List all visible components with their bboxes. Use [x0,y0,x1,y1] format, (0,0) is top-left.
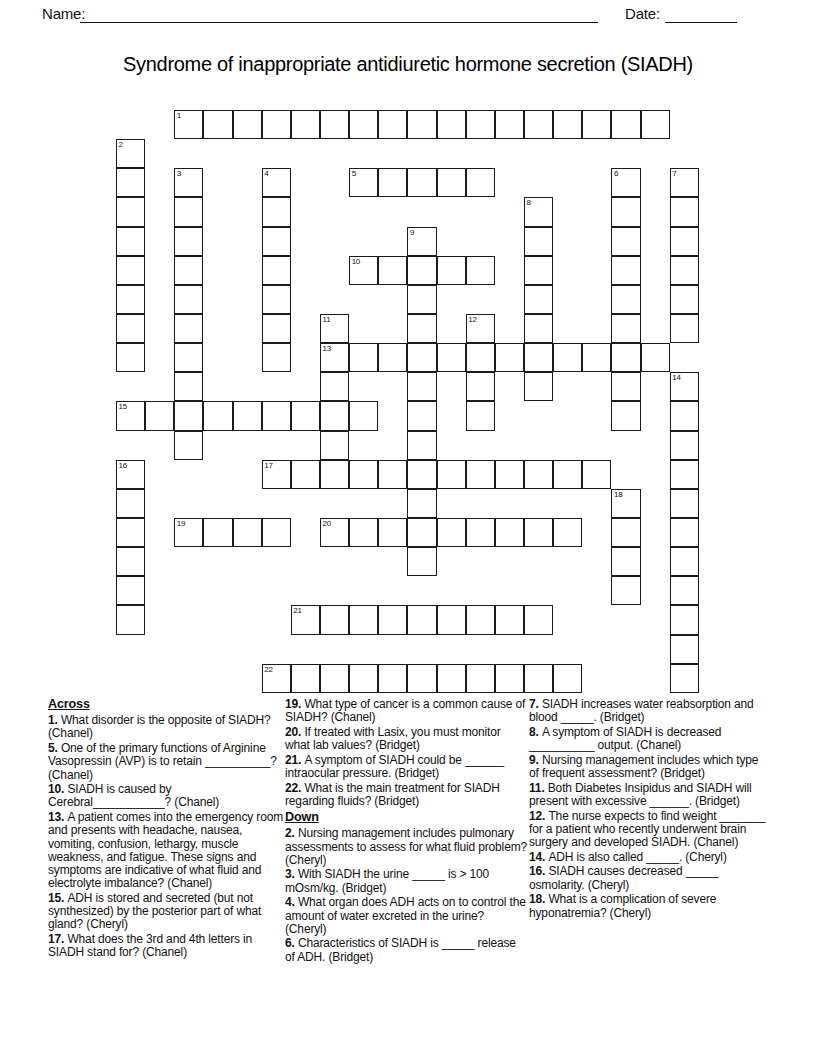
grid-cell-r8c16[interactable] [582,343,611,372]
grid-cell-r0c3[interactable] [203,110,232,139]
clue-text: ADH is also called _____. (Cheryl) [548,850,726,864]
grid-cell-r0c10[interactable] [407,110,436,139]
grid-cell-r19c5[interactable]: 22 [262,664,291,693]
grid-cell-r0c9[interactable] [378,110,407,139]
clue-number-label: 13. [48,810,67,824]
grid-cell-r8c10[interactable] [407,343,436,372]
grid-cell-r5c5[interactable] [262,256,291,285]
cell-number-16: 16 [119,461,128,470]
grid-cell-r10c19[interactable] [670,401,699,430]
grid-cell-r5c17[interactable] [611,256,640,285]
clue-number-label: 19. [285,697,304,711]
clue-18: 18. What is a complication of severe hyp… [529,893,769,919]
clue-16: 16. SIADH causes decreased _____ osmolar… [529,865,769,891]
grid-cell-r17c10[interactable] [407,605,436,634]
grid-cell-r6c17[interactable] [611,285,640,314]
cell-number-21: 21 [293,606,302,615]
grid-cell-r10c8[interactable] [349,401,378,430]
grid-cell-r19c8[interactable] [349,664,378,693]
grid-cell-r19c7[interactable] [320,664,349,693]
grid-cell-r8c15[interactable] [553,343,582,372]
clue-13: 13. A patient comes into the emergency r… [48,811,284,890]
cell-number-7: 7 [672,169,676,178]
grid-cell-r0c11[interactable] [437,110,466,139]
grid-cell-r12c0[interactable]: 16 [116,460,145,489]
grid-cell-r7c17[interactable] [611,314,640,343]
grid-cell-r2c10[interactable] [407,168,436,197]
grid-cell-r7c0[interactable] [116,314,145,343]
grid-cell-r14c11[interactable] [437,518,466,547]
grid-cell-r18c19[interactable] [670,635,699,664]
grid-cell-r4c5[interactable] [262,227,291,256]
grid-cell-r17c8[interactable] [349,605,378,634]
grid-cell-r10c4[interactable] [233,401,262,430]
grid-cell-r10c1[interactable] [145,401,174,430]
grid-cell-r10c5[interactable] [262,401,291,430]
clue-21: 21. A symptom of SIADH could be ______ i… [285,754,528,780]
crossword-grid: 12345678910111213141516171819202122 [116,110,699,693]
clue-number-label: 4. [285,895,298,909]
grid-cell-r14c0[interactable] [116,518,145,547]
grid-cell-r17c9[interactable] [378,605,407,634]
grid-cell-r8c5[interactable] [262,343,291,372]
clue-text: The nurse expects to find weight _______… [529,809,765,849]
clue-text: With SIADH the urine _____ is > 100 mOsm… [285,867,489,894]
clue-number-label: 20. [285,725,304,739]
grid-cell-r7c2[interactable] [174,314,203,343]
grid-cell-r13c10[interactable] [407,489,436,518]
clue-5: 5. One of the primary functions of Argin… [48,742,284,782]
grid-cell-r0c4[interactable] [233,110,262,139]
cell-number-15: 15 [119,402,128,411]
grid-cell-r2c8[interactable]: 5 [349,168,378,197]
clue-11: 11. Both Diabetes Insipidus and SIADH wi… [529,782,769,808]
grid-cell-r0c5[interactable] [262,110,291,139]
grid-cell-r17c14[interactable] [524,605,553,634]
grid-cell-r12c16[interactable] [582,460,611,489]
date-label: Date: [625,5,660,22]
cell-number-2: 2 [119,140,123,149]
name-label: Name: [42,5,85,22]
clue-text: What is a complication of severe hyponat… [529,892,716,919]
clue-number-label: 5. [48,741,61,755]
clue-text: A patient comes into the emergency room … [48,810,283,890]
clue-text: What disorder is the opposite of SIADH? … [48,713,271,740]
cell-number-19: 19 [177,519,186,528]
clue-number-label: 17. [48,932,67,946]
grid-cell-r4c2[interactable] [174,227,203,256]
clue-number-label: 22. [285,781,304,795]
grid-cell-r0c16[interactable] [582,110,611,139]
grid-cell-r10c7[interactable] [320,401,349,430]
grid-cell-r7c10[interactable] [407,314,436,343]
clue-text: What type of cancer is a common cause of… [285,697,525,724]
cell-number-12: 12 [468,315,477,324]
grid-cell-r12c9[interactable] [378,460,407,489]
grid-cell-r5c8[interactable]: 10 [349,256,378,285]
grid-cell-r14c9[interactable] [378,518,407,547]
grid-cell-r4c17[interactable] [611,227,640,256]
grid-cell-r12c19[interactable] [670,460,699,489]
cell-number-5: 5 [352,169,356,178]
grid-cell-r11c2[interactable] [174,431,203,460]
clue-text: Nursing management includes which type o… [529,753,758,780]
grid-cell-r15c10[interactable] [407,547,436,576]
clue-column-2: 19. What type of cancer is a common caus… [285,698,528,965]
grid-cell-r5c14[interactable] [524,256,553,285]
clue-number-label: 1. [48,713,61,727]
grid-cell-r19c13[interactable] [495,664,524,693]
grid-cell-r2c12[interactable] [466,168,495,197]
grid-cell-r2c19[interactable]: 7 [670,168,699,197]
cell-number-20: 20 [322,519,331,528]
cell-number-8: 8 [526,198,530,207]
cell-number-18: 18 [614,490,623,499]
grid-cell-r0c15[interactable] [553,110,582,139]
grid-cell-r10c0[interactable]: 15 [116,401,145,430]
grid-cell-r4c14[interactable] [524,227,553,256]
grid-cell-r10c10[interactable] [407,401,436,430]
cell-number-6: 6 [614,169,618,178]
grid-cell-r3c17[interactable] [611,197,640,226]
grid-cell-r6c19[interactable] [670,285,699,314]
clue-text: What is the main treatment for SIADH reg… [285,781,500,808]
grid-cell-r8c7[interactable]: 13 [320,343,349,372]
grid-cell-r0c12[interactable] [466,110,495,139]
grid-cell-r7c5[interactable] [262,314,291,343]
clue-12: 12. The nurse expects to find weight ___… [529,810,769,850]
grid-cell-r7c12[interactable]: 12 [466,314,495,343]
grid-cell-r5c19[interactable] [670,256,699,285]
clue-number-label: 15. [48,891,67,905]
grid-cell-r2c11[interactable] [437,168,466,197]
grid-cell-r14c13[interactable] [495,518,524,547]
grid-cell-r12c8[interactable] [349,460,378,489]
clue-14: 14. ADH is also called _____. (Cheryl) [529,851,769,864]
clue-22: 22. What is the main treatment for SIADH… [285,782,528,808]
clue-text: What does the 3rd and 4th letters in SIA… [48,932,252,959]
grid-cell-r1c0[interactable]: 2 [116,139,145,168]
grid-cell-r3c0[interactable] [116,197,145,226]
grid-cell-r14c5[interactable] [262,518,291,547]
grid-cell-r3c14[interactable]: 8 [524,197,553,226]
grid-cell-r14c3[interactable] [203,518,232,547]
grid-cell-r3c5[interactable] [262,197,291,226]
clue-number-label: 11. [529,781,548,795]
grid-cell-r0c6[interactable] [291,110,320,139]
clue-text: A symptom of SIADH is decreased ________… [529,725,721,752]
grid-cell-r15c17[interactable] [611,547,640,576]
grid-cell-r17c7[interactable] [320,605,349,634]
clue-text: SIADH increases water reabsorption and b… [529,697,754,724]
grid-cell-r10c2[interactable] [174,401,203,430]
grid-cell-r8c2[interactable] [174,343,203,372]
grid-cell-r9c17[interactable] [611,372,640,401]
cell-number-10: 10 [352,257,361,266]
clue-15: 15. ADH is stored and secreted (but not … [48,892,284,932]
grid-cell-r17c13[interactable] [495,605,524,634]
name-blank-line[interactable] [80,22,598,23]
grid-cell-r12c12[interactable] [466,460,495,489]
clue-number-label: 21. [285,753,304,767]
grid-cell-r8c14[interactable] [524,343,553,372]
clue-number-label: 2. [285,826,298,840]
grid-cell-r8c8[interactable] [349,343,378,372]
clue-text: If treated with Lasix, you must monitor … [285,725,501,752]
clue-text: What organ does ADH acts on to control t… [285,895,526,935]
cell-number-22: 22 [264,665,273,674]
grid-cell-r12c13[interactable] [495,460,524,489]
grid-cell-r0c8[interactable] [349,110,378,139]
clue-2: 2. Nursing management includes pulmonary… [285,827,528,867]
grid-cell-r19c9[interactable] [378,664,407,693]
grid-cell-r17c0[interactable] [116,605,145,634]
grid-cell-r6c5[interactable] [262,285,291,314]
grid-cell-r14c14[interactable] [524,518,553,547]
grid-cell-r15c0[interactable] [116,547,145,576]
grid-cell-r6c14[interactable] [524,285,553,314]
clue-number-label: 7. [529,697,542,711]
grid-cell-r13c19[interactable] [670,489,699,518]
grid-cell-r0c17[interactable] [611,110,640,139]
grid-cell-r9c19[interactable]: 14 [670,372,699,401]
clue-text: SIADH causes decreased _____ osmolarity.… [529,864,718,891]
grid-cell-r2c0[interactable] [116,168,145,197]
grid-cell-r2c17[interactable]: 6 [611,168,640,197]
grid-cell-r6c10[interactable] [407,285,436,314]
grid-cell-r5c9[interactable] [378,256,407,285]
grid-cell-r14c2[interactable]: 19 [174,518,203,547]
grid-cell-r12c7[interactable] [320,460,349,489]
cell-number-9: 9 [410,228,414,237]
grid-cell-r14c19[interactable] [670,518,699,547]
grid-cell-r7c14[interactable] [524,314,553,343]
grid-cell-r10c3[interactable] [203,401,232,430]
grid-cell-r10c6[interactable] [291,401,320,430]
grid-cell-r19c14[interactable] [524,664,553,693]
clue-8: 8. A symptom of SIADH is decreased _____… [529,726,769,752]
grid-cell-r4c10[interactable]: 9 [407,227,436,256]
clue-text: Characteristics of SIADH is _____ releas… [285,936,516,963]
grid-cell-r5c10[interactable] [407,256,436,285]
grid-cell-r0c13[interactable] [495,110,524,139]
grid-cell-r11c7[interactable] [320,431,349,460]
cell-number-11: 11 [322,315,330,324]
clue-9: 9. Nursing management includes which typ… [529,754,769,780]
cell-number-13: 13 [322,344,331,353]
clue-1: 1. What disorder is the opposite of SIAD… [48,714,284,740]
grid-cell-r10c12[interactable] [466,401,495,430]
date-blank-line[interactable] [665,22,737,23]
grid-cell-r0c2[interactable]: 1 [174,110,203,139]
grid-cell-r13c17[interactable]: 18 [611,489,640,518]
clue-number-label: 3. [285,867,298,881]
grid-cell-r19c19[interactable] [670,664,699,693]
grid-cell-r14c7[interactable]: 20 [320,518,349,547]
crossword-worksheet-page: Name: Date: Syndrome of inappropriate an… [0,0,816,1056]
grid-cell-r14c12[interactable] [466,518,495,547]
clue-text: One of the primary functions of Arginine… [48,741,277,781]
grid-cell-r4c19[interactable] [670,227,699,256]
grid-cell-r2c2[interactable]: 3 [174,168,203,197]
clue-20: 20. If treated with Lasix, you must moni… [285,726,528,752]
grid-cell-r14c4[interactable] [233,518,262,547]
grid-cell-r8c0[interactable] [116,343,145,372]
grid-cell-r9c10[interactable] [407,372,436,401]
grid-cell-r7c19[interactable] [670,314,699,343]
grid-cell-r14c15[interactable] [553,518,582,547]
clue-text: ADH is stored and secreted (but not synt… [48,891,261,931]
grid-cell-r7c7[interactable]: 11 [320,314,349,343]
grid-cell-r8c13[interactable] [495,343,524,372]
clue-19: 19. What type of cancer is a common caus… [285,698,528,724]
cell-number-4: 4 [264,169,268,178]
grid-cell-r8c18[interactable] [641,343,670,372]
grid-cell-r19c6[interactable] [291,664,320,693]
grid-cell-r12c5[interactable]: 17 [262,460,291,489]
clue-number-label: 12. [529,809,548,823]
clue-number-label: 6. [285,936,298,950]
down-heading: Down [285,811,528,824]
cell-number-1: 1 [177,111,181,120]
grid-cell-r14c8[interactable] [349,518,378,547]
grid-cell-r6c0[interactable] [116,285,145,314]
cell-number-17: 17 [264,461,273,470]
grid-cell-r19c11[interactable] [437,664,466,693]
grid-cell-r9c2[interactable] [174,372,203,401]
clue-17: 17. What does the 3rd and 4th letters in… [48,933,284,959]
clue-3: 3. With SIADH the urine _____ is > 100 m… [285,868,528,894]
clue-number-label: 8. [529,725,542,739]
grid-cell-r16c0[interactable] [116,576,145,605]
grid-cell-r16c17[interactable] [611,576,640,605]
clue-4: 4. What organ does ADH acts on to contro… [285,896,528,936]
clue-column-1: Across1. What disorder is the opposite o… [48,698,284,961]
grid-cell-r12c11[interactable] [437,460,466,489]
grid-cell-r14c17[interactable] [611,518,640,547]
grid-cell-r13c0[interactable] [116,489,145,518]
grid-cell-r12c10[interactable] [407,460,436,489]
clue-text: Nursing management includes pulmonary as… [285,826,527,866]
grid-cell-r3c2[interactable] [174,197,203,226]
grid-cell-r17c11[interactable] [437,605,466,634]
grid-cell-r9c7[interactable] [320,372,349,401]
clue-number-label: 9. [529,753,542,767]
clue-6: 6. Characteristics of SIADH is _____ rel… [285,937,528,963]
grid-cell-r5c2[interactable] [174,256,203,285]
grid-cell-r9c14[interactable] [524,372,553,401]
grid-cell-r8c17[interactable] [611,343,640,372]
grid-cell-r10c17[interactable] [611,401,640,430]
grid-cell-r5c12[interactable] [466,256,495,285]
grid-cell-r4c0[interactable] [116,227,145,256]
clue-text: SIADH is caused by Cerebral___________? … [48,782,219,809]
grid-cell-r0c18[interactable] [641,110,670,139]
clue-10: 10. SIADH is caused by Cerebral_________… [48,783,284,809]
grid-cell-r14c10[interactable] [407,518,436,547]
clue-number-label: 14. [529,850,548,864]
grid-cell-r5c0[interactable] [116,256,145,285]
cell-number-14: 14 [672,373,681,382]
grid-cell-r16c19[interactable] [670,576,699,605]
grid-cell-r17c12[interactable] [466,605,495,634]
clue-column-3: 7. SIADH increases water reabsorption an… [529,698,769,921]
across-heading: Across [48,698,284,711]
grid-cell-r9c12[interactable] [466,372,495,401]
cell-number-3: 3 [177,169,181,178]
grid-cell-r11c10[interactable] [407,431,436,460]
clue-number-label: 10. [48,782,67,796]
grid-cell-r12c15[interactable] [553,460,582,489]
grid-cell-r2c9[interactable] [378,168,407,197]
grid-cell-r15c19[interactable] [670,547,699,576]
grid-cell-r12c6[interactable] [291,460,320,489]
grid-cell-r3c19[interactable] [670,197,699,226]
clue-text: Both Diabetes Insipidus and SIADH will p… [529,781,752,808]
grid-cell-r12c14[interactable] [524,460,553,489]
grid-cell-r0c7[interactable] [320,110,349,139]
clue-text: A symptom of SIADH could be ______ intra… [285,753,504,780]
grid-cell-r5c11[interactable] [437,256,466,285]
puzzle-title: Syndrome of inappropriate antidiuretic h… [0,53,816,76]
grid-cell-r0c14[interactable] [524,110,553,139]
grid-cell-r2c5[interactable]: 4 [262,168,291,197]
clue-number-label: 16. [529,864,548,878]
grid-cell-r19c15[interactable] [553,664,582,693]
grid-cell-r19c12[interactable] [466,664,495,693]
grid-cell-r19c10[interactable] [407,664,436,693]
grid-cell-r11c19[interactable] [670,431,699,460]
grid-cell-r8c12[interactable] [466,343,495,372]
clue-number-label: 18. [529,892,548,906]
grid-cell-r17c6[interactable]: 21 [291,605,320,634]
clue-7: 7. SIADH increases water reabsorption an… [529,698,769,724]
grid-cell-r6c2[interactable] [174,285,203,314]
grid-cell-r8c11[interactable] [437,343,466,372]
grid-cell-r8c9[interactable] [378,343,407,372]
grid-cell-r17c19[interactable] [670,605,699,634]
